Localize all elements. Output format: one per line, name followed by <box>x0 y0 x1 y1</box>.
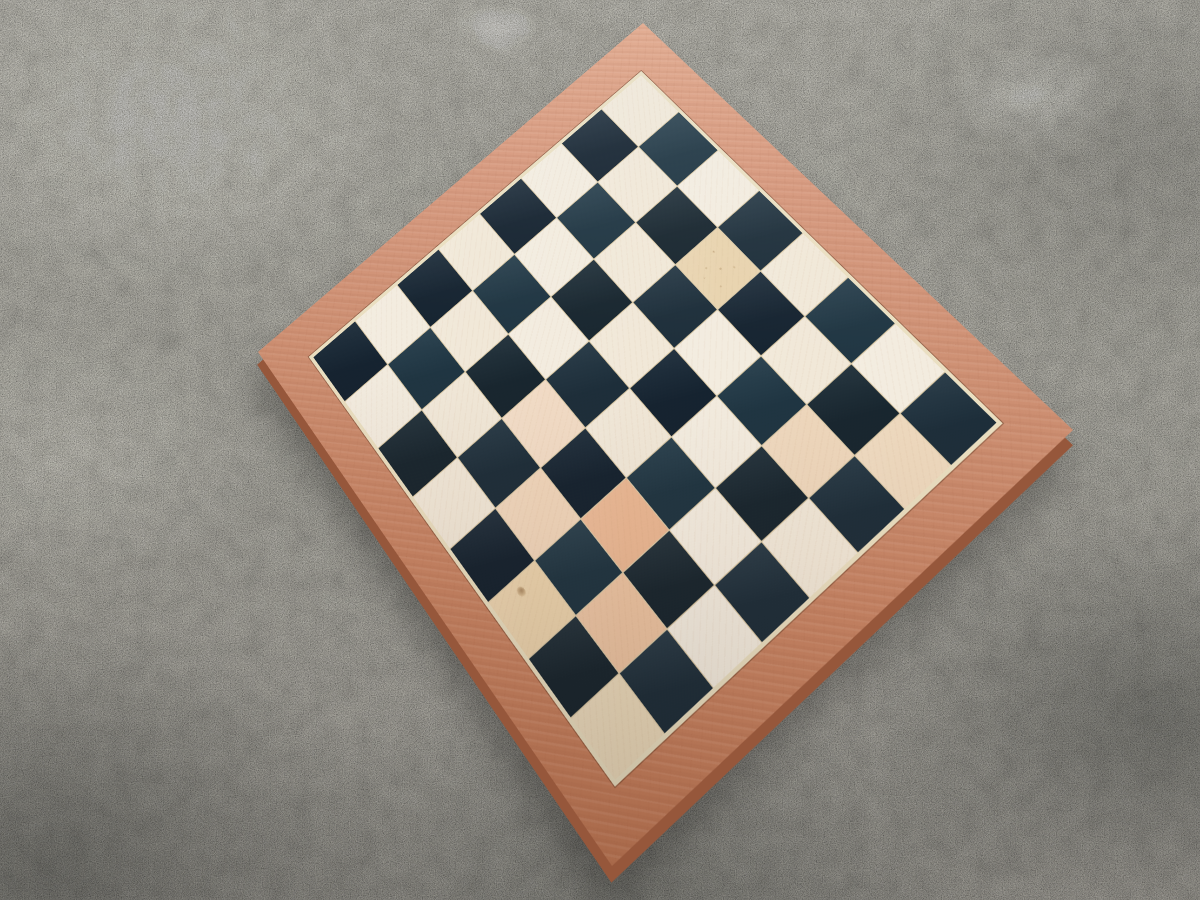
photo-scene <box>0 0 1200 900</box>
